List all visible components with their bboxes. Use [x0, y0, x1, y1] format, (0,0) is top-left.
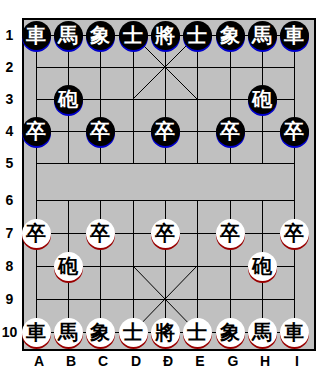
piece-black-chariot-I1[interactable]: 車: [280, 21, 309, 50]
piece-black-horse-H1[interactable]: 馬: [248, 21, 277, 50]
row-label-5: 5: [0, 155, 19, 171]
pieces-layer: 車馬象士將士象馬車砲砲卒卒卒卒卒卒卒卒卒卒砲砲車馬象士將士象馬車: [24, 20, 314, 349]
column-label-I: I: [287, 353, 307, 369]
piece-red-horse-B10[interactable]: 馬: [54, 318, 83, 347]
piece-black-horse-B1[interactable]: 馬: [54, 21, 83, 50]
piece-black-general-Đ1[interactable]: 將: [151, 21, 180, 50]
xiangqi-diagram: 12345678910 ABCDĐEGHI: [0, 0, 332, 370]
piece-black-soldier-A4[interactable]: 卒: [22, 117, 51, 146]
piece-red-soldier-I7[interactable]: 卒: [280, 219, 309, 248]
piece-red-horse-H10[interactable]: 馬: [248, 318, 277, 347]
xiangqi-board: 車馬象士將士象馬車砲砲卒卒卒卒卒卒卒卒卒卒砲砲車馬象士將士象馬車: [22, 18, 316, 351]
column-label-Đ: Đ: [158, 353, 178, 369]
column-label-B: B: [61, 353, 81, 369]
piece-red-soldier-C7[interactable]: 卒: [86, 219, 115, 248]
piece-red-soldier-Đ7[interactable]: 卒: [151, 219, 180, 248]
row-label-4: 4: [0, 123, 19, 139]
column-label-E: E: [190, 353, 210, 369]
piece-red-advisor-D10[interactable]: 士: [119, 318, 148, 347]
column-label-A: A: [29, 353, 49, 369]
row-label-6: 6: [0, 192, 19, 208]
piece-black-soldier-G4[interactable]: 卒: [216, 117, 245, 146]
piece-black-cannon-H3[interactable]: 砲: [248, 85, 277, 114]
column-label-D: D: [126, 353, 146, 369]
piece-black-elephant-G1[interactable]: 象: [216, 21, 245, 50]
row-label-1: 1: [0, 27, 19, 43]
piece-red-chariot-A10[interactable]: 車: [22, 318, 51, 347]
piece-red-soldier-A7[interactable]: 卒: [22, 219, 51, 248]
column-label-H: H: [255, 353, 275, 369]
row-label-10: 10: [0, 324, 19, 340]
piece-black-elephant-C1[interactable]: 象: [86, 21, 115, 50]
piece-black-cannon-B3[interactable]: 砲: [54, 85, 83, 114]
piece-red-soldier-G7[interactable]: 卒: [216, 219, 245, 248]
column-label-C: C: [93, 353, 113, 369]
piece-red-elephant-C10[interactable]: 象: [86, 318, 115, 347]
piece-red-advisor-E10[interactable]: 士: [183, 318, 212, 347]
row-label-7: 7: [0, 225, 19, 241]
piece-black-soldier-C4[interactable]: 卒: [86, 117, 115, 146]
piece-black-chariot-A1[interactable]: 車: [22, 21, 51, 50]
piece-red-cannon-B8[interactable]: 砲: [54, 252, 83, 281]
piece-black-soldier-Đ4[interactable]: 卒: [151, 117, 180, 146]
row-label-9: 9: [0, 291, 19, 307]
piece-black-advisor-D1[interactable]: 士: [119, 21, 148, 50]
piece-red-general-Đ10[interactable]: 將: [151, 318, 180, 347]
row-label-3: 3: [0, 91, 19, 107]
piece-red-cannon-H8[interactable]: 砲: [248, 252, 277, 281]
piece-red-elephant-G10[interactable]: 象: [216, 318, 245, 347]
piece-red-chariot-I10[interactable]: 車: [280, 318, 309, 347]
row-label-8: 8: [0, 258, 19, 274]
piece-black-advisor-E1[interactable]: 士: [183, 21, 212, 50]
row-label-2: 2: [0, 59, 19, 75]
column-label-G: G: [223, 353, 243, 369]
piece-black-soldier-I4[interactable]: 卒: [280, 117, 309, 146]
